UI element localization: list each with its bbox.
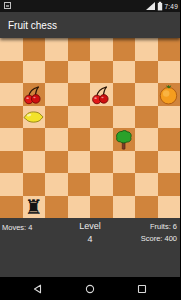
board-cell-r4c0[interactable] [0, 128, 23, 151]
notification-icon [4, 2, 11, 9]
status-bar: 7:49 [0, 0, 180, 12]
board-cell-r2c4[interactable] [90, 83, 113, 106]
board-cell-r7c2[interactable] [45, 196, 68, 219]
board-cell-r4c6[interactable] [135, 128, 158, 151]
home-button[interactable] [84, 283, 96, 295]
board-cell-r6c0[interactable] [0, 173, 23, 196]
home-icon [85, 284, 95, 294]
board-cell-r3c2[interactable] [45, 106, 68, 129]
board-cell-r1c1[interactable] [23, 61, 46, 84]
board-cell-r0c3[interactable] [68, 38, 91, 61]
board-cell-r7c3[interactable] [68, 196, 91, 219]
board-cell-r0c6[interactable] [135, 38, 158, 61]
board-cell-r0c7[interactable] [158, 38, 181, 61]
board-cell-r4c1[interactable] [23, 128, 46, 151]
board-cell-r0c1[interactable] [23, 38, 46, 61]
board-cell-r2c2[interactable] [45, 83, 68, 106]
board[interactable]: ♜ [0, 38, 180, 218]
board-cell-r0c2[interactable] [45, 38, 68, 61]
board-cell-r6c2[interactable] [45, 173, 68, 196]
recents-icon [137, 284, 147, 294]
board-cell-r5c5[interactable] [113, 151, 136, 174]
board-cell-r2c5[interactable] [113, 83, 136, 106]
board-cell-r4c4[interactable] [90, 128, 113, 151]
signal-icon [146, 2, 155, 10]
board-cell-r3c7[interactable] [158, 106, 181, 129]
board-cell-r2c0[interactable] [0, 83, 23, 106]
page-title: Fruit chess [8, 20, 57, 31]
board-cell-r3c0[interactable] [0, 106, 23, 129]
back-icon [33, 284, 43, 294]
lemon-icon [23, 106, 44, 127]
black-rook: ♜ [25, 196, 43, 218]
recents-button[interactable] [136, 283, 148, 295]
board-cell-r4c3[interactable] [68, 128, 91, 151]
board-cell-r4c7[interactable] [158, 128, 181, 151]
board-cell-r2c6[interactable] [135, 83, 158, 106]
fruits-counter: Fruits: 6 [141, 221, 177, 233]
board-cell-r1c7[interactable] [158, 61, 181, 84]
board-cell-r6c5[interactable] [113, 173, 136, 196]
board-cell-r7c5[interactable] [113, 196, 136, 219]
board-cell-r5c4[interactable] [90, 151, 113, 174]
board-cell-r1c4[interactable] [90, 61, 113, 84]
board-cell-r7c1[interactable]: ♜ [23, 196, 46, 219]
board-cell-r1c3[interactable] [68, 61, 91, 84]
board-cell-r3c5[interactable] [113, 106, 136, 129]
board-cell-r6c6[interactable] [135, 173, 158, 196]
board-cell-r7c6[interactable] [135, 196, 158, 219]
clock: 7:49 [165, 3, 178, 10]
score-counter: Score: 400 [141, 233, 177, 245]
board-cell-r7c4[interactable] [90, 196, 113, 219]
back-button[interactable] [32, 283, 44, 295]
board-cell-r6c3[interactable] [68, 173, 91, 196]
board-cell-r1c2[interactable] [45, 61, 68, 84]
orange-icon [158, 84, 179, 105]
board-cell-r0c0[interactable] [0, 38, 23, 61]
hud-panel: Moves: 4 Level 4 Fruits: 6 Score: 400 [0, 218, 180, 277]
title-bar: Fruit chess [0, 12, 180, 38]
cherry-icon [23, 84, 44, 105]
android-nav-bar [0, 277, 180, 300]
board-cell-r2c3[interactable] [68, 83, 91, 106]
board-cell-r1c6[interactable] [135, 61, 158, 84]
board-cell-r4c2[interactable] [45, 128, 68, 151]
battery-icon [157, 1, 163, 11]
cherry-icon [91, 84, 112, 105]
board-cell-r6c4[interactable] [90, 173, 113, 196]
board-cell-r6c7[interactable] [158, 173, 181, 196]
board-cell-r1c5[interactable] [113, 61, 136, 84]
board-cell-r3c6[interactable] [135, 106, 158, 129]
board-cell-r6c1[interactable] [23, 173, 46, 196]
tree-icon [113, 129, 134, 150]
board-cell-r5c3[interactable] [68, 151, 91, 174]
board-cell-r4c5[interactable] [113, 128, 136, 151]
board-cell-r5c7[interactable] [158, 151, 181, 174]
board-cell-r5c0[interactable] [0, 151, 23, 174]
board-cell-r5c6[interactable] [135, 151, 158, 174]
board-cell-r0c5[interactable] [113, 38, 136, 61]
board-cell-r5c1[interactable] [23, 151, 46, 174]
app-screen: 7:49 Fruit chess ♜ Moves: 4 Level 4 Frui… [0, 0, 180, 300]
board-cell-r2c1[interactable] [23, 83, 46, 106]
board-cell-r3c4[interactable] [90, 106, 113, 129]
board-cell-r3c3[interactable] [68, 106, 91, 129]
board-cell-r7c7[interactable] [158, 196, 181, 219]
board-cell-r5c2[interactable] [45, 151, 68, 174]
board-cell-r1c0[interactable] [0, 61, 23, 84]
board-cell-r7c0[interactable] [0, 196, 23, 219]
board-cell-r2c7[interactable] [158, 83, 181, 106]
board-cell-r3c1[interactable] [23, 106, 46, 129]
board-cell-r0c4[interactable] [90, 38, 113, 61]
score-panel: Fruits: 6 Score: 400 [141, 221, 177, 244]
